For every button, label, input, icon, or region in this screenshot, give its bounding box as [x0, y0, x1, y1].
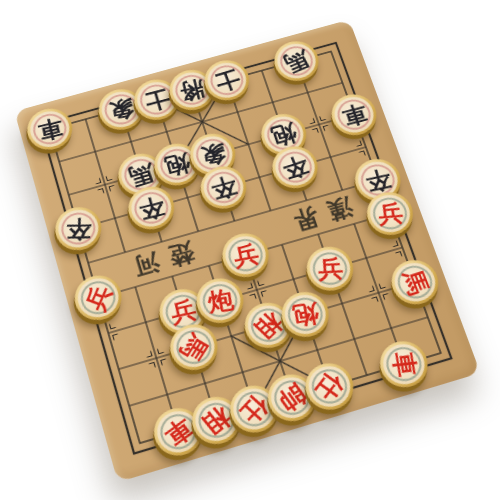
- piece-character: 車: [338, 98, 371, 132]
- piece-character: 車: [35, 112, 65, 146]
- piece-character: 炮: [205, 283, 235, 318]
- piece-character: 兵: [78, 281, 119, 315]
- piece-character: 士: [141, 83, 173, 117]
- piece-character: 象: [107, 93, 136, 126]
- piece-character: 馬: [173, 328, 215, 366]
- piece-character: 卒: [135, 190, 167, 226]
- scene: 楚河 漢界 車象士將士馬馬炮象炮車卒卒卒卒卒兵兵兵兵炮兵馬相炮馬車相仕帥仕車: [0, 0, 500, 500]
- piece-character: 兵: [230, 238, 261, 273]
- piece-character: 炮: [161, 147, 193, 182]
- xiangqi-board-mat: 楚河 漢界 車象士將士馬馬炮象炮車卒卒卒卒卒兵兵兵兵炮兵馬相炮馬車相仕帥仕車: [14, 20, 480, 483]
- piece-character: 兵: [316, 252, 344, 285]
- product-photo-background: { "game": "xiangqi", "scene": "wooden xi…: [0, 0, 500, 500]
- piece-character: 馬: [395, 266, 435, 299]
- piece-character: 卒: [66, 213, 92, 244]
- piece-character: 將: [177, 73, 207, 106]
- piece-character: 仕: [308, 366, 351, 406]
- piece-character: 士: [210, 63, 243, 97]
- piece-character: 兵: [376, 197, 405, 230]
- piece-character: 馬: [279, 44, 314, 79]
- piece-character: 炮: [290, 297, 321, 333]
- piece-character: 卒: [278, 149, 312, 185]
- piece-character: 車: [385, 350, 423, 379]
- piece-character: 卒: [207, 170, 240, 206]
